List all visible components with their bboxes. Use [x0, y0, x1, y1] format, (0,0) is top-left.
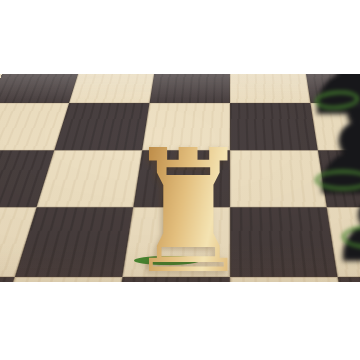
board-square — [69, 74, 156, 103]
white-rook: ♜ — [112, 127, 216, 267]
chess-board-photo: ♟ ♟ ♟ ♜ — [0, 74, 360, 282]
black-piece-icon: ♟ — [328, 172, 360, 277]
board-square — [0, 277, 122, 282]
board-square — [150, 74, 230, 103]
white-rook-icon: ♜ — [126, 127, 251, 282]
product-photo-stage: ♟ ♟ ♟ ♜ — [0, 0, 360, 360]
board-square — [230, 74, 310, 103]
black-piece-bottom-right: ♟ — [328, 172, 360, 277]
